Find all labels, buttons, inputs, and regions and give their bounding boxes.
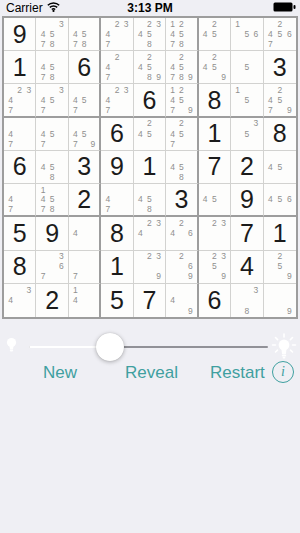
pencil-marks: 2359 bbox=[199, 251, 230, 283]
pencil-marks: 24567 bbox=[264, 18, 296, 50]
cell-r1c7[interactable]: 245 bbox=[199, 18, 231, 51]
pencil-marks: 24589 bbox=[134, 51, 165, 83]
pencil-marks: 269 bbox=[166, 251, 196, 283]
pencil-marks: 2459 bbox=[199, 51, 230, 83]
cell-r4c9[interactable]: 8 bbox=[264, 118, 296, 151]
cell-r3c5[interactable]: 6 bbox=[134, 84, 166, 117]
cell-r1c5[interactable]: 23458 bbox=[134, 18, 166, 51]
cell-r3c8[interactable]: 15 bbox=[231, 84, 263, 117]
cell-r4c1[interactable]: 47 bbox=[4, 118, 36, 151]
cell-r1c8[interactable]: 156 bbox=[231, 18, 263, 51]
pencil-marks: 45 bbox=[199, 184, 230, 215]
pencil-marks: 2347 bbox=[4, 84, 35, 115]
cell-r6c7[interactable]: 45 bbox=[199, 184, 231, 217]
cell-r8c5[interactable]: 239 bbox=[134, 251, 166, 284]
cell-r5c2[interactable]: 458 bbox=[36, 151, 68, 184]
cell-r5c1[interactable]: 6 bbox=[4, 151, 36, 184]
cell-r6c6[interactable]: 3 bbox=[166, 184, 198, 217]
cell-r6c9[interactable]: 456 bbox=[264, 184, 296, 217]
cell-value: 7 bbox=[134, 284, 165, 317]
cell-r9c6[interactable]: 49 bbox=[166, 284, 198, 317]
pencil-marks: 49 bbox=[166, 284, 196, 317]
cell-r3c4[interactable]: 2347 bbox=[101, 84, 133, 117]
cell-value: 8 bbox=[101, 217, 132, 249]
pencil-marks: 458 bbox=[36, 151, 67, 183]
brightness-slider-track[interactable] bbox=[29, 346, 268, 348]
pencil-marks: 3457 bbox=[36, 84, 67, 115]
cell-value: 4 bbox=[231, 251, 262, 283]
pencil-marks: 9 bbox=[264, 284, 296, 317]
pencil-marks: 35 bbox=[231, 118, 262, 150]
cell-r4c4[interactable]: 6 bbox=[101, 118, 133, 151]
info-button[interactable]: i bbox=[272, 361, 294, 383]
cell-r1c4[interactable]: 2347 bbox=[101, 18, 133, 51]
pencil-marks: 7 bbox=[69, 251, 99, 283]
cell-r8c6[interactable]: 269 bbox=[166, 251, 198, 284]
cell-r6c2[interactable]: 14578 bbox=[36, 184, 68, 217]
pencil-marks: 456 bbox=[264, 184, 296, 215]
cell-r9c7[interactable]: 6 bbox=[199, 284, 231, 317]
cell-r4c3[interactable]: 4579 bbox=[69, 118, 101, 151]
cell-r4c2[interactable]: 457 bbox=[36, 118, 68, 151]
restart-button[interactable]: Restart bbox=[210, 363, 265, 383]
pencil-marks: 4578 bbox=[69, 18, 99, 50]
cell-r5c8[interactable]: 2 bbox=[231, 151, 263, 184]
cell-r1c1[interactable]: 9 bbox=[4, 18, 36, 51]
cell-r6c4[interactable]: 47 bbox=[101, 184, 133, 217]
cell-r7c4[interactable]: 8 bbox=[101, 217, 133, 250]
cell-r2c2[interactable]: 4578 bbox=[36, 51, 68, 84]
status-bar: Carrier 3:13 PM bbox=[0, 0, 300, 16]
cell-r2c6[interactable]: 245789 bbox=[166, 51, 198, 84]
cell-value: 7 bbox=[231, 217, 262, 249]
cell-r8c9[interactable]: 259 bbox=[264, 251, 296, 284]
pencil-marks: 47 bbox=[4, 118, 35, 150]
pencil-marks: 4579 bbox=[69, 118, 99, 150]
cell-r9c4[interactable]: 5 bbox=[101, 284, 133, 317]
cell-r7c1[interactable]: 5 bbox=[4, 217, 36, 250]
cell-value: 2 bbox=[69, 184, 99, 215]
cell-r4c8[interactable]: 35 bbox=[231, 118, 263, 151]
pencil-marks: 2347 bbox=[101, 18, 132, 50]
cell-r4c5[interactable]: 245 bbox=[134, 118, 166, 151]
pencil-marks: 245789 bbox=[166, 51, 196, 83]
cell-value: 8 bbox=[4, 251, 35, 283]
cell-value: 6 bbox=[4, 151, 35, 183]
wifi-icon bbox=[47, 1, 60, 15]
pencil-marks: 47 bbox=[101, 184, 132, 215]
cell-r9c5[interactable]: 7 bbox=[134, 284, 166, 317]
cell-r5c6[interactable]: 458 bbox=[166, 151, 198, 184]
cell-r4c6[interactable]: 2457 bbox=[166, 118, 198, 151]
status-bar-left: Carrier bbox=[0, 1, 60, 15]
reveal-button[interactable]: Reveal bbox=[125, 363, 178, 383]
pencil-marks: 247 bbox=[101, 51, 132, 83]
brightness-slider-thumb[interactable] bbox=[96, 333, 124, 361]
pencil-marks: 2347 bbox=[101, 84, 132, 115]
cell-r2c9[interactable]: 3 bbox=[264, 51, 296, 84]
cell-value: 2 bbox=[36, 284, 67, 317]
cell-value: 2 bbox=[231, 151, 262, 183]
pencil-marks: 259 bbox=[264, 251, 296, 283]
cell-value: 6 bbox=[101, 118, 132, 150]
cell-r6c3[interactable]: 2 bbox=[69, 184, 101, 217]
status-bar-right bbox=[273, 1, 300, 15]
cell-r1c9[interactable]: 24567 bbox=[264, 18, 296, 51]
pencil-marks: 458 bbox=[134, 184, 165, 215]
pencil-marks: 246 bbox=[166, 217, 196, 249]
cell-r3c2[interactable]: 3457 bbox=[36, 84, 68, 117]
cell-r2c8[interactable]: 5 bbox=[231, 51, 263, 84]
cell-r8c4[interactable]: 1 bbox=[101, 251, 133, 284]
cell-r9c3[interactable]: 14 bbox=[69, 284, 101, 317]
cell-r5c3[interactable]: 3 bbox=[69, 151, 101, 184]
cell-r5c4[interactable]: 9 bbox=[101, 151, 133, 184]
cell-value: 6 bbox=[134, 84, 165, 115]
cell-r2c7[interactable]: 2459 bbox=[199, 51, 231, 84]
cell-r2c5[interactable]: 24589 bbox=[134, 51, 166, 84]
cell-r3c3[interactable]: 457 bbox=[69, 84, 101, 117]
pencil-marks: 14578 bbox=[36, 184, 67, 215]
cell-value: 6 bbox=[69, 51, 99, 83]
cell-value: 9 bbox=[4, 18, 35, 50]
sudoku-board: 9345784578234723458124578245156245671457… bbox=[2, 16, 298, 319]
cell-r8c3[interactable]: 7 bbox=[69, 251, 101, 284]
cell-r7c6[interactable]: 246 bbox=[166, 217, 198, 250]
pencil-marks: 457 bbox=[69, 84, 99, 115]
cell-value: 1 bbox=[264, 217, 296, 249]
cell-value: 3 bbox=[166, 184, 196, 215]
pencil-marks: 23 bbox=[199, 217, 230, 249]
toolbar: New Reveal Restart i bbox=[0, 360, 300, 386]
pencil-marks: 24579 bbox=[264, 84, 296, 115]
brightness-slider-row bbox=[0, 333, 300, 363]
cell-r7c8[interactable]: 7 bbox=[231, 217, 263, 250]
cell-r5c5[interactable]: 1 bbox=[134, 151, 166, 184]
cell-value: 7 bbox=[199, 151, 230, 183]
cell-r9c2[interactable]: 2 bbox=[36, 284, 68, 317]
pencil-marks: 124579 bbox=[166, 84, 196, 115]
pencil-marks: 15 bbox=[231, 84, 262, 115]
pencil-marks: 45 bbox=[264, 151, 296, 183]
cell-r9c1[interactable]: 34 bbox=[4, 284, 36, 317]
cell-r3c7[interactable]: 8 bbox=[199, 84, 231, 117]
app-screen: Carrier 3:13 PM 934578457823472345812457… bbox=[0, 0, 300, 533]
cell-r1c3[interactable]: 4578 bbox=[69, 18, 101, 51]
pencil-marks: 245 bbox=[199, 18, 230, 50]
cell-value: 1 bbox=[199, 118, 230, 150]
cell-r7c3[interactable]: 4 bbox=[69, 217, 101, 250]
cell-value: 3 bbox=[69, 151, 99, 183]
cell-value: 8 bbox=[264, 118, 296, 150]
pencil-marks: 367 bbox=[36, 251, 67, 283]
cell-r3c9[interactable]: 24579 bbox=[264, 84, 296, 117]
pencil-marks: 245 bbox=[134, 118, 165, 150]
carrier-label: Carrier bbox=[6, 1, 43, 15]
pencil-marks: 457 bbox=[36, 118, 67, 150]
cell-r3c6[interactable]: 124579 bbox=[166, 84, 198, 117]
pencil-marks: 34 bbox=[4, 284, 35, 317]
new-button[interactable]: New bbox=[43, 363, 77, 383]
pencil-marks: 458 bbox=[166, 151, 196, 183]
cell-r8c8[interactable]: 4 bbox=[231, 251, 263, 284]
cell-r2c1[interactable]: 1 bbox=[4, 51, 36, 84]
cell-r3c1[interactable]: 2347 bbox=[4, 84, 36, 117]
cell-r6c5[interactable]: 458 bbox=[134, 184, 166, 217]
cell-value: 5 bbox=[101, 284, 132, 317]
cell-r1c6[interactable]: 124578 bbox=[166, 18, 198, 51]
cell-value: 9 bbox=[36, 217, 67, 249]
cell-value: 9 bbox=[231, 184, 262, 215]
pencil-marks: 4 bbox=[69, 217, 99, 249]
cell-value: 1 bbox=[101, 251, 132, 283]
pencil-marks: 47 bbox=[4, 184, 35, 215]
pencil-marks: 234 bbox=[134, 217, 165, 249]
cell-r5c7[interactable]: 7 bbox=[199, 151, 231, 184]
cell-value: 6 bbox=[199, 284, 230, 317]
pencil-marks: 156 bbox=[231, 18, 262, 50]
info-icon: i bbox=[281, 364, 285, 379]
pencil-marks: 4578 bbox=[36, 51, 67, 83]
cell-r8c7[interactable]: 2359 bbox=[199, 251, 231, 284]
cell-r9c9[interactable]: 9 bbox=[264, 284, 296, 317]
pencil-marks: 5 bbox=[231, 51, 262, 83]
cell-r1c2[interactable]: 34578 bbox=[36, 18, 68, 51]
cell-value: 5 bbox=[4, 217, 35, 249]
pencil-marks: 124578 bbox=[166, 18, 196, 50]
cell-r8c1[interactable]: 8 bbox=[4, 251, 36, 284]
cell-r7c2[interactable]: 9 bbox=[36, 217, 68, 250]
cell-value: 8 bbox=[199, 84, 230, 115]
cell-value: 3 bbox=[264, 51, 296, 83]
cell-value: 1 bbox=[134, 151, 165, 183]
cell-r7c5[interactable]: 234 bbox=[134, 217, 166, 250]
bulb-dim-icon bbox=[6, 337, 17, 358]
cell-r2c4[interactable]: 247 bbox=[101, 51, 133, 84]
pencil-marks: 34578 bbox=[36, 18, 67, 50]
pencil-marks: 239 bbox=[134, 251, 165, 283]
cell-value: 9 bbox=[101, 151, 132, 183]
pencil-marks: 38 bbox=[231, 284, 262, 317]
cell-r4c7[interactable]: 1 bbox=[199, 118, 231, 151]
pencil-marks: 23458 bbox=[134, 18, 165, 50]
cell-r7c7[interactable]: 23 bbox=[199, 217, 231, 250]
cell-r2c3[interactable]: 6 bbox=[69, 51, 101, 84]
cell-r7c9[interactable]: 1 bbox=[264, 217, 296, 250]
cell-r8c2[interactable]: 367 bbox=[36, 251, 68, 284]
battery-icon bbox=[273, 1, 296, 15]
cell-r9c8[interactable]: 38 bbox=[231, 284, 263, 317]
pencil-marks: 2457 bbox=[166, 118, 196, 150]
pencil-marks: 14 bbox=[69, 284, 99, 317]
cell-value: 1 bbox=[4, 51, 35, 83]
cell-r6c8[interactable]: 9 bbox=[231, 184, 263, 217]
cell-r6c1[interactable]: 47 bbox=[4, 184, 36, 217]
cell-r5c9[interactable]: 45 bbox=[264, 151, 296, 184]
